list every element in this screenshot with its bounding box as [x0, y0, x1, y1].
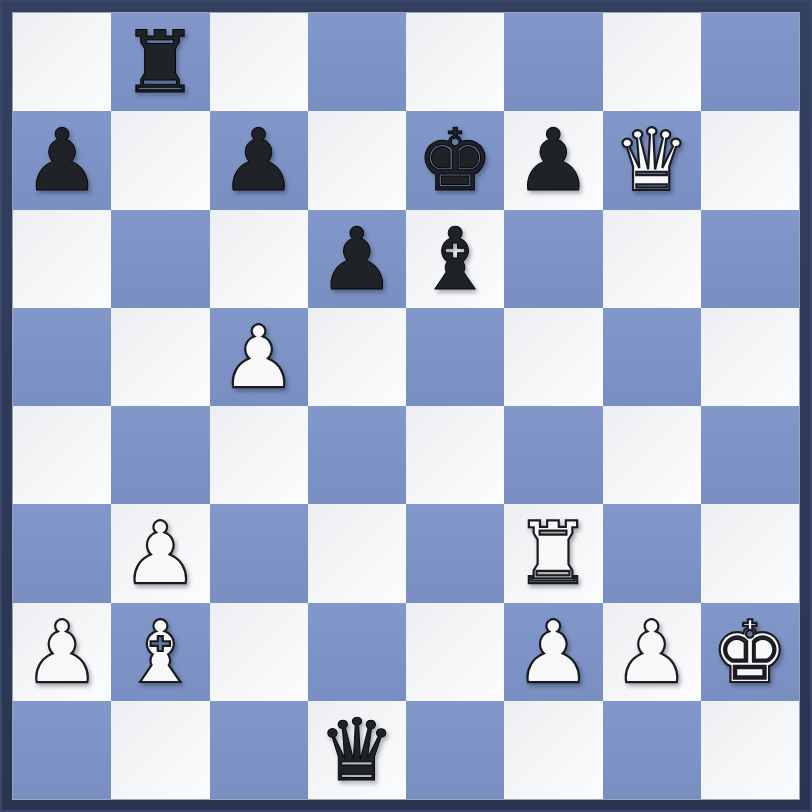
square-e5[interactable] — [406, 308, 504, 406]
square-b3[interactable]: ♟ — [111, 504, 209, 602]
square-b6[interactable] — [111, 210, 209, 308]
chess-board: ♜♟♟♚♟♛♟♝♟♟♜♟♝♟♟♚♛ — [13, 13, 799, 799]
square-h2[interactable]: ♚ — [701, 603, 799, 701]
square-g5[interactable] — [603, 308, 701, 406]
square-h8[interactable] — [701, 13, 799, 111]
black-pawn[interactable]: ♟ — [515, 111, 592, 209]
square-d1[interactable]: ♛ — [308, 701, 406, 799]
board-frame: ♜♟♟♚♟♛♟♝♟♟♜♟♝♟♟♚♛ — [0, 0, 812, 812]
square-b1[interactable] — [111, 701, 209, 799]
square-h3[interactable] — [701, 504, 799, 602]
square-d2[interactable] — [308, 603, 406, 701]
black-king[interactable]: ♚ — [417, 111, 494, 209]
square-f4[interactable] — [504, 406, 602, 504]
square-c4[interactable] — [210, 406, 308, 504]
square-d6[interactable]: ♟ — [308, 210, 406, 308]
square-a1[interactable] — [13, 701, 111, 799]
square-a2[interactable]: ♟ — [13, 603, 111, 701]
square-d4[interactable] — [308, 406, 406, 504]
white-queen[interactable]: ♛ — [613, 111, 690, 209]
square-e4[interactable] — [406, 406, 504, 504]
white-pawn[interactable]: ♟ — [220, 308, 297, 406]
square-f7[interactable]: ♟ — [504, 111, 602, 209]
square-d3[interactable] — [308, 504, 406, 602]
square-h7[interactable] — [701, 111, 799, 209]
white-bishop[interactable]: ♝ — [122, 603, 199, 701]
square-e7[interactable]: ♚ — [406, 111, 504, 209]
square-c6[interactable] — [210, 210, 308, 308]
square-h5[interactable] — [701, 308, 799, 406]
square-b2[interactable]: ♝ — [111, 603, 209, 701]
square-e1[interactable] — [406, 701, 504, 799]
square-g6[interactable] — [603, 210, 701, 308]
black-pawn[interactable]: ♟ — [24, 111, 101, 209]
square-b7[interactable] — [111, 111, 209, 209]
square-a5[interactable] — [13, 308, 111, 406]
square-f5[interactable] — [504, 308, 602, 406]
square-c8[interactable] — [210, 13, 308, 111]
square-e6[interactable]: ♝ — [406, 210, 504, 308]
square-e8[interactable] — [406, 13, 504, 111]
white-pawn[interactable]: ♟ — [24, 603, 101, 701]
square-b4[interactable] — [111, 406, 209, 504]
square-d8[interactable] — [308, 13, 406, 111]
black-bishop[interactable]: ♝ — [417, 210, 494, 308]
black-rook[interactable]: ♜ — [122, 13, 199, 111]
black-pawn[interactable]: ♟ — [220, 111, 297, 209]
square-g8[interactable] — [603, 13, 701, 111]
white-pawn[interactable]: ♟ — [515, 603, 592, 701]
square-b5[interactable] — [111, 308, 209, 406]
square-a6[interactable] — [13, 210, 111, 308]
square-g2[interactable]: ♟ — [603, 603, 701, 701]
square-c2[interactable] — [210, 603, 308, 701]
square-h1[interactable] — [701, 701, 799, 799]
square-h4[interactable] — [701, 406, 799, 504]
square-a7[interactable]: ♟ — [13, 111, 111, 209]
square-d7[interactable] — [308, 111, 406, 209]
square-g3[interactable] — [603, 504, 701, 602]
square-e2[interactable] — [406, 603, 504, 701]
square-g7[interactable]: ♛ — [603, 111, 701, 209]
square-c5[interactable]: ♟ — [210, 308, 308, 406]
square-e3[interactable] — [406, 504, 504, 602]
square-f3[interactable]: ♜ — [504, 504, 602, 602]
square-f8[interactable] — [504, 13, 602, 111]
square-f6[interactable] — [504, 210, 602, 308]
square-a4[interactable] — [13, 406, 111, 504]
black-queen[interactable]: ♛ — [318, 701, 395, 799]
black-pawn[interactable]: ♟ — [318, 210, 395, 308]
white-rook[interactable]: ♜ — [515, 504, 592, 602]
square-a8[interactable] — [13, 13, 111, 111]
square-g1[interactable] — [603, 701, 701, 799]
square-h6[interactable] — [701, 210, 799, 308]
square-a3[interactable] — [13, 504, 111, 602]
square-f1[interactable] — [504, 701, 602, 799]
square-g4[interactable] — [603, 406, 701, 504]
white-king[interactable]: ♚ — [711, 603, 788, 701]
white-pawn[interactable]: ♟ — [122, 504, 199, 602]
white-pawn[interactable]: ♟ — [613, 603, 690, 701]
square-b8[interactable]: ♜ — [111, 13, 209, 111]
square-c1[interactable] — [210, 701, 308, 799]
square-d5[interactable] — [308, 308, 406, 406]
square-c7[interactable]: ♟ — [210, 111, 308, 209]
square-c3[interactable] — [210, 504, 308, 602]
square-f2[interactable]: ♟ — [504, 603, 602, 701]
